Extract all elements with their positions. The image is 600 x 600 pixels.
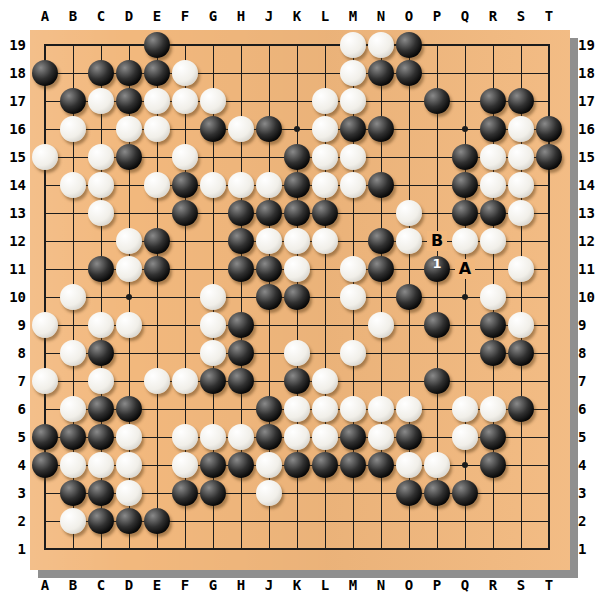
stone-white-O4 [396, 452, 422, 478]
stone-black-E2 [144, 508, 170, 534]
stone-white-F15 [172, 144, 198, 170]
stone-white-J14 [256, 172, 282, 198]
stone-white-R14 [480, 172, 506, 198]
stone-black-A4 [32, 452, 58, 478]
stone-black-E19 [144, 32, 170, 58]
column-label-bottom-G: G [199, 574, 227, 596]
column-label-top-L: L [311, 5, 339, 27]
stone-black-H7 [228, 368, 254, 394]
stone-white-N9 [368, 312, 394, 338]
stone-black-A5 [32, 424, 58, 450]
column-label-top-R: R [479, 5, 507, 27]
stone-white-A7 [32, 368, 58, 394]
stone-black-S6 [508, 396, 534, 422]
stone-black-R4 [480, 452, 506, 478]
row-label-right-13: 13 [578, 199, 600, 227]
row-label-right-7: 7 [578, 367, 600, 395]
stone-white-L6 [312, 396, 338, 422]
stone-black-K10 [284, 284, 310, 310]
stone-black-C3 [88, 480, 114, 506]
row-label-right-10: 10 [578, 283, 600, 311]
stone-white-J12 [256, 228, 282, 254]
star-point-Q10 [462, 294, 468, 300]
stone-black-T16 [536, 116, 562, 142]
column-label-bottom-Q: Q [451, 574, 479, 596]
column-label-top-G: G [199, 5, 227, 27]
row-label-left-12: 12 [2, 227, 26, 255]
stone-black-J5 [256, 424, 282, 450]
column-label-bottom-M: M [339, 574, 367, 596]
stone-white-N6 [368, 396, 394, 422]
stone-black-P7 [424, 368, 450, 394]
row-label-right-3: 3 [578, 479, 600, 507]
stone-white-H16 [228, 116, 254, 142]
stone-white-L15 [312, 144, 338, 170]
column-label-bottom-J: J [255, 574, 283, 596]
stone-white-E17 [144, 88, 170, 114]
stone-white-F18 [172, 60, 198, 86]
stone-white-E7 [144, 368, 170, 394]
column-label-bottom-D: D [115, 574, 143, 596]
stone-white-P4 [424, 452, 450, 478]
stone-white-R10 [480, 284, 506, 310]
stone-black-S17 [508, 88, 534, 114]
row-label-right-16: 16 [578, 115, 600, 143]
stone-white-G8 [200, 340, 226, 366]
stone-white-G17 [200, 88, 226, 114]
stone-white-Q6 [452, 396, 478, 422]
stone-white-C7 [88, 368, 114, 394]
stone-black-N16 [368, 116, 394, 142]
stone-black-F13 [172, 200, 198, 226]
stone-white-L12 [312, 228, 338, 254]
star-point-D10 [126, 294, 132, 300]
star-point-Q4 [462, 462, 468, 468]
row-label-right-8: 8 [578, 339, 600, 367]
stone-white-C9 [88, 312, 114, 338]
stone-white-K6 [284, 396, 310, 422]
stone-white-F17 [172, 88, 198, 114]
stone-black-M5 [340, 424, 366, 450]
stone-black-B17 [60, 88, 86, 114]
row-label-right-1: 1 [578, 535, 600, 563]
stone-white-C15 [88, 144, 114, 170]
stone-black-D18 [116, 60, 142, 86]
row-label-left-15: 15 [2, 143, 26, 171]
stone-black-J10 [256, 284, 282, 310]
stone-white-A9 [32, 312, 58, 338]
stone-white-M11 [340, 256, 366, 282]
stone-black-R13 [480, 200, 506, 226]
column-label-top-O: O [395, 5, 423, 27]
column-label-top-S: S [507, 5, 535, 27]
stone-black-C11 [88, 256, 114, 282]
stone-black-C8 [88, 340, 114, 366]
column-label-top-N: N [367, 5, 395, 27]
stone-black-S8 [508, 340, 534, 366]
row-label-left-7: 7 [2, 367, 26, 395]
stone-black-C2 [88, 508, 114, 534]
row-label-left-19: 19 [2, 31, 26, 59]
stone-white-N5 [368, 424, 394, 450]
stone-black-M16 [340, 116, 366, 142]
row-label-left-8: 8 [2, 339, 26, 367]
stone-black-F14 [172, 172, 198, 198]
stone-black-K7 [284, 368, 310, 394]
stone-white-R15 [480, 144, 506, 170]
stone-black-A18 [32, 60, 58, 86]
row-label-left-5: 5 [2, 423, 26, 451]
stone-white-A15 [32, 144, 58, 170]
stone-black-H12 [228, 228, 254, 254]
stone-black-R16 [480, 116, 506, 142]
row-label-left-13: 13 [2, 199, 26, 227]
stone-black-J6 [256, 396, 282, 422]
column-label-top-P: P [423, 5, 451, 27]
stone-black-N18 [368, 60, 394, 86]
stone-black-B5 [60, 424, 86, 450]
row-label-left-2: 2 [2, 507, 26, 535]
stone-black-G3 [200, 480, 226, 506]
stone-white-D16 [116, 116, 142, 142]
row-label-right-18: 18 [578, 59, 600, 87]
row-label-right-9: 9 [578, 311, 600, 339]
stone-white-F7 [172, 368, 198, 394]
stone-black-O5 [396, 424, 422, 450]
stone-black-L13 [312, 200, 338, 226]
column-label-top-E: E [143, 5, 171, 27]
stone-white-B10 [60, 284, 86, 310]
stone-white-M8 [340, 340, 366, 366]
stone-black-T15 [536, 144, 562, 170]
stone-black-K13 [284, 200, 310, 226]
stone-black-Q15 [452, 144, 478, 170]
stone-white-K12 [284, 228, 310, 254]
stone-black-Q13 [452, 200, 478, 226]
stone-black-N4 [368, 452, 394, 478]
stone-white-H5 [228, 424, 254, 450]
stone-white-C13 [88, 200, 114, 226]
row-label-left-6: 6 [2, 395, 26, 423]
column-label-bottom-H: H [227, 574, 255, 596]
stone-white-M17 [340, 88, 366, 114]
column-label-top-C: C [87, 5, 115, 27]
row-label-left-11: 11 [2, 255, 26, 283]
column-label-top-F: F [171, 5, 199, 27]
column-label-top-D: D [115, 5, 143, 27]
stone-white-M19 [340, 32, 366, 58]
stone-black-L4 [312, 452, 338, 478]
row-label-right-11: 11 [578, 255, 600, 283]
stone-white-O6 [396, 396, 422, 422]
stone-white-S11 [508, 256, 534, 282]
stone-white-O13 [396, 200, 422, 226]
column-label-top-A: A [31, 5, 59, 27]
stone-white-L5 [312, 424, 338, 450]
column-label-bottom-R: R [479, 574, 507, 596]
stone-white-S15 [508, 144, 534, 170]
stone-black-P3 [424, 480, 450, 506]
row-label-right-17: 17 [578, 87, 600, 115]
stone-white-E14 [144, 172, 170, 198]
page: { "game": "go", "description": "19x19 Go… [0, 0, 600, 600]
stone-white-R12 [480, 228, 506, 254]
column-label-bottom-S: S [507, 574, 535, 596]
stone-black-G7 [200, 368, 226, 394]
column-label-bottom-F: F [171, 574, 199, 596]
stone-white-J3 [256, 480, 282, 506]
grid-line [465, 46, 466, 548]
column-label-top-B: B [59, 5, 87, 27]
stone-black-P11 [424, 256, 450, 282]
row-label-left-14: 14 [2, 171, 26, 199]
stone-black-G16 [200, 116, 226, 142]
stone-black-D17 [116, 88, 142, 114]
stone-white-S13 [508, 200, 534, 226]
stone-white-K5 [284, 424, 310, 450]
stone-black-J13 [256, 200, 282, 226]
stone-white-H14 [228, 172, 254, 198]
stone-black-N14 [368, 172, 394, 198]
column-label-bottom-T: T [535, 574, 563, 596]
stone-black-M4 [340, 452, 366, 478]
stone-black-C6 [88, 396, 114, 422]
column-label-top-Q: Q [451, 5, 479, 27]
stone-black-R9 [480, 312, 506, 338]
stone-black-N12 [368, 228, 394, 254]
stone-white-K8 [284, 340, 310, 366]
stone-black-E11 [144, 256, 170, 282]
stone-white-M6 [340, 396, 366, 422]
stone-white-M15 [340, 144, 366, 170]
column-label-top-T: T [535, 5, 563, 27]
stone-white-L7 [312, 368, 338, 394]
column-label-top-M: M [339, 5, 367, 27]
stone-white-K11 [284, 256, 310, 282]
stone-black-K15 [284, 144, 310, 170]
stone-white-C17 [88, 88, 114, 114]
stone-white-M14 [340, 172, 366, 198]
column-label-bottom-C: C [87, 574, 115, 596]
stone-black-F3 [172, 480, 198, 506]
stone-white-D3 [116, 480, 142, 506]
star-point-K16 [294, 126, 300, 132]
row-label-left-17: 17 [2, 87, 26, 115]
stone-white-B8 [60, 340, 86, 366]
stone-white-L14 [312, 172, 338, 198]
stone-white-D9 [116, 312, 142, 338]
stone-white-C4 [88, 452, 114, 478]
column-label-bottom-P: P [423, 574, 451, 596]
stone-black-H9 [228, 312, 254, 338]
stone-black-O18 [396, 60, 422, 86]
stone-white-Q12 [452, 228, 478, 254]
stone-black-H13 [228, 200, 254, 226]
stone-white-M10 [340, 284, 366, 310]
row-label-left-10: 10 [2, 283, 26, 311]
stone-black-D2 [116, 508, 142, 534]
stone-white-B16 [60, 116, 86, 142]
stone-white-S14 [508, 172, 534, 198]
stone-black-E12 [144, 228, 170, 254]
stone-white-B14 [60, 172, 86, 198]
row-label-right-2: 2 [578, 507, 600, 535]
row-label-right-14: 14 [578, 171, 600, 199]
stone-white-D5 [116, 424, 142, 450]
stone-white-J4 [256, 452, 282, 478]
stone-black-G4 [200, 452, 226, 478]
stone-white-D4 [116, 452, 142, 478]
column-label-bottom-E: E [143, 574, 171, 596]
stone-white-C14 [88, 172, 114, 198]
column-label-bottom-L: L [311, 574, 339, 596]
stone-black-E18 [144, 60, 170, 86]
stone-white-Q5 [452, 424, 478, 450]
stone-black-B3 [60, 480, 86, 506]
stone-white-L17 [312, 88, 338, 114]
stone-black-J16 [256, 116, 282, 142]
row-label-right-4: 4 [578, 451, 600, 479]
stone-white-D12 [116, 228, 142, 254]
column-label-bottom-A: A [31, 574, 59, 596]
stone-black-R8 [480, 340, 506, 366]
column-label-bottom-O: O [395, 574, 423, 596]
column-label-bottom-N: N [367, 574, 395, 596]
stone-white-B2 [60, 508, 86, 534]
column-label-bottom-B: B [59, 574, 87, 596]
stone-black-R17 [480, 88, 506, 114]
column-label-top-J: J [255, 5, 283, 27]
stone-black-J11 [256, 256, 282, 282]
column-label-top-K: K [283, 5, 311, 27]
row-label-right-5: 5 [578, 423, 600, 451]
row-label-left-3: 3 [2, 479, 26, 507]
stone-white-R6 [480, 396, 506, 422]
stone-black-R5 [480, 424, 506, 450]
row-label-right-6: 6 [578, 395, 600, 423]
stone-white-O12 [396, 228, 422, 254]
stone-black-K14 [284, 172, 310, 198]
stone-black-H8 [228, 340, 254, 366]
stone-black-Q3 [452, 480, 478, 506]
row-label-left-9: 9 [2, 311, 26, 339]
row-label-left-1: 1 [2, 535, 26, 563]
stone-black-O10 [396, 284, 422, 310]
stone-black-O19 [396, 32, 422, 58]
stone-white-G5 [200, 424, 226, 450]
go-board[interactable]: 1AB [30, 30, 570, 570]
stone-black-H11 [228, 256, 254, 282]
stone-black-P9 [424, 312, 450, 338]
stone-black-D6 [116, 396, 142, 422]
stone-black-C18 [88, 60, 114, 86]
stone-black-P17 [424, 88, 450, 114]
row-label-left-16: 16 [2, 115, 26, 143]
stone-black-O3 [396, 480, 422, 506]
row-label-right-19: 19 [578, 31, 600, 59]
stone-black-K4 [284, 452, 310, 478]
stone-white-S16 [508, 116, 534, 142]
stone-black-H4 [228, 452, 254, 478]
column-label-top-H: H [227, 5, 255, 27]
stone-white-L16 [312, 116, 338, 142]
row-label-left-4: 4 [2, 451, 26, 479]
stone-black-N11 [368, 256, 394, 282]
point-label-Q11: A [455, 259, 475, 279]
star-point-Q16 [462, 126, 468, 132]
column-label-bottom-K: K [283, 574, 311, 596]
stone-white-M18 [340, 60, 366, 86]
stone-white-N19 [368, 32, 394, 58]
stone-black-Q14 [452, 172, 478, 198]
stone-black-C5 [88, 424, 114, 450]
stone-white-G9 [200, 312, 226, 338]
stone-white-G10 [200, 284, 226, 310]
stone-white-F5 [172, 424, 198, 450]
stone-black-D15 [116, 144, 142, 170]
row-label-right-12: 12 [578, 227, 600, 255]
stone-white-B6 [60, 396, 86, 422]
stone-white-S9 [508, 312, 534, 338]
point-label-P12: B [427, 231, 447, 251]
row-label-left-18: 18 [2, 59, 26, 87]
stone-white-E16 [144, 116, 170, 142]
row-label-right-15: 15 [578, 143, 600, 171]
stone-white-D11 [116, 256, 142, 282]
stone-white-G14 [200, 172, 226, 198]
stone-white-B4 [60, 452, 86, 478]
stone-white-F4 [172, 452, 198, 478]
